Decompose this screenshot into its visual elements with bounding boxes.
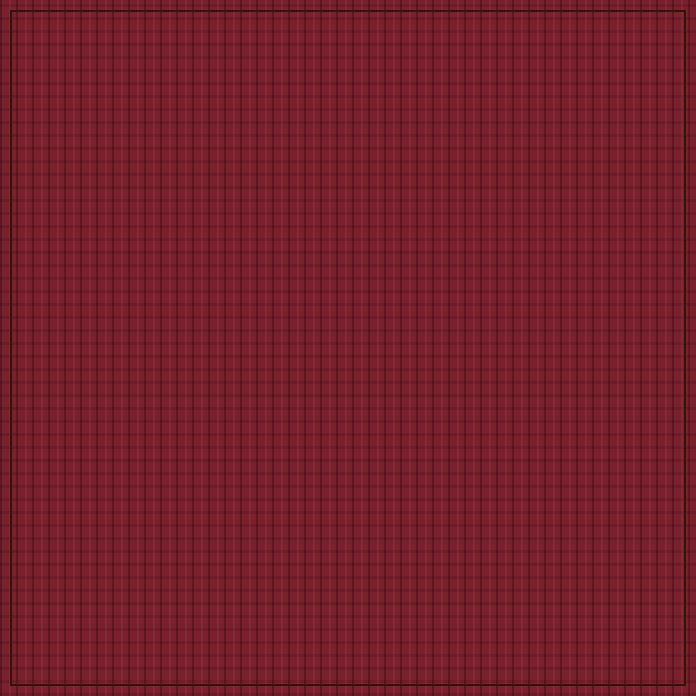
board-inner-edge (10, 10, 686, 686)
board-frame (0, 0, 696, 696)
chess-board (12, 12, 684, 684)
